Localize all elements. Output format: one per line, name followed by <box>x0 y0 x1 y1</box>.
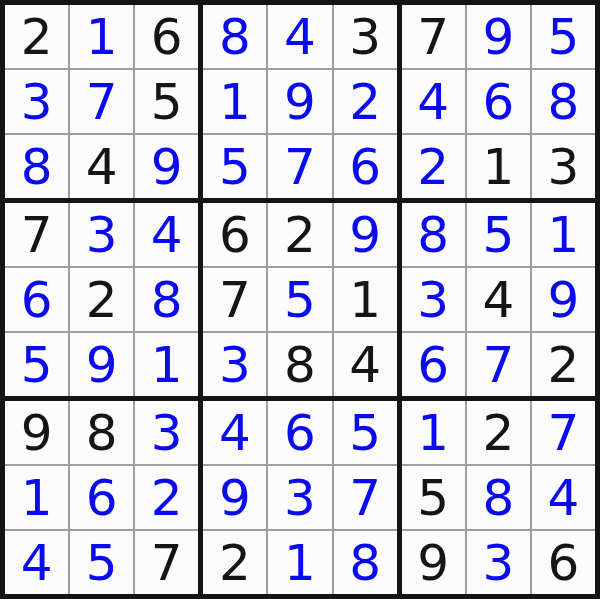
cell-r1c5[interactable]: 4 <box>268 5 331 68</box>
cell-r6c5[interactable]: 8 <box>268 333 331 396</box>
cell-r9c9[interactable]: 6 <box>532 531 595 594</box>
box-2-3: 851349672 <box>402 203 595 396</box>
cell-r3c2[interactable]: 4 <box>70 135 133 198</box>
cell-r1c7[interactable]: 7 <box>402 5 465 68</box>
box-1-3: 795468213 <box>402 5 595 198</box>
cell-r7c6[interactable]: 5 <box>334 401 397 464</box>
cell-r5c8[interactable]: 4 <box>467 268 530 331</box>
cell-r2c4[interactable]: 1 <box>203 70 266 133</box>
cell-r9c6[interactable]: 8 <box>334 531 397 594</box>
cell-r9c5[interactable]: 1 <box>268 531 331 594</box>
cell-r7c5[interactable]: 6 <box>268 401 331 464</box>
cell-r2c7[interactable]: 4 <box>402 70 465 133</box>
cell-r8c2[interactable]: 6 <box>70 466 133 529</box>
cell-r8c5[interactable]: 3 <box>268 466 331 529</box>
cell-r4c2[interactable]: 3 <box>70 203 133 266</box>
cell-r8c7[interactable]: 5 <box>402 466 465 529</box>
cell-r3c8[interactable]: 1 <box>467 135 530 198</box>
cell-r9c7[interactable]: 9 <box>402 531 465 594</box>
cell-r3c9[interactable]: 3 <box>532 135 595 198</box>
cell-r4c5[interactable]: 2 <box>268 203 331 266</box>
cell-r5c6[interactable]: 1 <box>334 268 397 331</box>
cell-r4c1[interactable]: 7 <box>5 203 68 266</box>
cell-r9c3[interactable]: 7 <box>135 531 198 594</box>
cell-r3c7[interactable]: 2 <box>402 135 465 198</box>
cell-r8c8[interactable]: 8 <box>467 466 530 529</box>
cell-r2c6[interactable]: 2 <box>334 70 397 133</box>
cell-r4c8[interactable]: 5 <box>467 203 530 266</box>
box-2-2: 629751384 <box>203 203 396 396</box>
cell-r7c3[interactable]: 3 <box>135 401 198 464</box>
cell-r7c1[interactable]: 9 <box>5 401 68 464</box>
box-2-1: 734628591 <box>5 203 198 396</box>
cell-r2c8[interactable]: 6 <box>467 70 530 133</box>
box-3-3: 127584936 <box>402 401 595 594</box>
cell-r2c3[interactable]: 5 <box>135 70 198 133</box>
cell-r2c9[interactable]: 8 <box>532 70 595 133</box>
cell-r4c4[interactable]: 6 <box>203 203 266 266</box>
cell-r6c8[interactable]: 7 <box>467 333 530 396</box>
cell-r3c4[interactable]: 5 <box>203 135 266 198</box>
cell-r1c3[interactable]: 6 <box>135 5 198 68</box>
cell-r9c2[interactable]: 5 <box>70 531 133 594</box>
cell-r5c9[interactable]: 9 <box>532 268 595 331</box>
cell-r6c9[interactable]: 2 <box>532 333 595 396</box>
cell-r7c2[interactable]: 8 <box>70 401 133 464</box>
cell-r2c5[interactable]: 9 <box>268 70 331 133</box>
cell-r6c3[interactable]: 1 <box>135 333 198 396</box>
cell-r3c3[interactable]: 9 <box>135 135 198 198</box>
cell-r8c3[interactable]: 2 <box>135 466 198 529</box>
cell-r3c6[interactable]: 6 <box>334 135 397 198</box>
cell-r1c9[interactable]: 5 <box>532 5 595 68</box>
cell-r5c2[interactable]: 2 <box>70 268 133 331</box>
cell-r4c9[interactable]: 1 <box>532 203 595 266</box>
cell-r6c4[interactable]: 3 <box>203 333 266 396</box>
cell-r9c8[interactable]: 3 <box>467 531 530 594</box>
cell-r6c6[interactable]: 4 <box>334 333 397 396</box>
cell-r5c5[interactable]: 5 <box>268 268 331 331</box>
box-3-2: 465937218 <box>203 401 396 594</box>
cell-r7c9[interactable]: 7 <box>532 401 595 464</box>
cell-r4c6[interactable]: 9 <box>334 203 397 266</box>
cell-r8c1[interactable]: 1 <box>5 466 68 529</box>
cell-r8c9[interactable]: 4 <box>532 466 595 529</box>
cell-r3c5[interactable]: 7 <box>268 135 331 198</box>
cell-r6c7[interactable]: 6 <box>402 333 465 396</box>
cell-r1c4[interactable]: 8 <box>203 5 266 68</box>
cell-r1c1[interactable]: 2 <box>5 5 68 68</box>
box-1-2: 843192576 <box>203 5 396 198</box>
cell-r9c1[interactable]: 4 <box>5 531 68 594</box>
cell-r7c4[interactable]: 4 <box>203 401 266 464</box>
cell-r1c6[interactable]: 3 <box>334 5 397 68</box>
cell-r5c3[interactable]: 8 <box>135 268 198 331</box>
cell-r5c1[interactable]: 6 <box>5 268 68 331</box>
box-1-1: 216375849 <box>5 5 198 198</box>
cell-r5c7[interactable]: 3 <box>402 268 465 331</box>
cell-r1c8[interactable]: 9 <box>467 5 530 68</box>
cell-r5c4[interactable]: 7 <box>203 268 266 331</box>
cell-r9c4[interactable]: 2 <box>203 531 266 594</box>
cell-r7c8[interactable]: 2 <box>467 401 530 464</box>
cell-r2c2[interactable]: 7 <box>70 70 133 133</box>
sudoku-board: 2163758498431925767954682137346285916297… <box>0 0 600 599</box>
cell-r3c1[interactable]: 8 <box>5 135 68 198</box>
cell-r7c7[interactable]: 1 <box>402 401 465 464</box>
cell-r4c3[interactable]: 4 <box>135 203 198 266</box>
cell-r6c1[interactable]: 5 <box>5 333 68 396</box>
cell-r8c4[interactable]: 9 <box>203 466 266 529</box>
cell-r1c2[interactable]: 1 <box>70 5 133 68</box>
cell-r4c7[interactable]: 8 <box>402 203 465 266</box>
box-3-1: 983162457 <box>5 401 198 594</box>
cell-r2c1[interactable]: 3 <box>5 70 68 133</box>
cell-r8c6[interactable]: 7 <box>334 466 397 529</box>
cell-r6c2[interactable]: 9 <box>70 333 133 396</box>
